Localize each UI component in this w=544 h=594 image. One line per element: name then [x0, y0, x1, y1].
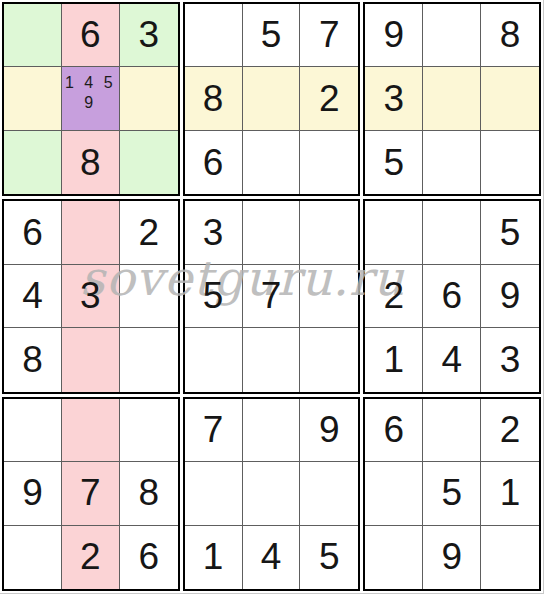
cell-r2c2[interactable]: 1 4 59 — [62, 67, 120, 130]
given-digit: 9 — [500, 275, 521, 317]
cell-r3c6[interactable] — [300, 131, 358, 194]
cell-r6c9[interactable]: 3 — [481, 328, 539, 391]
given-digit: 7 — [319, 14, 340, 56]
cell-r1c7[interactable]: 9 — [365, 4, 423, 67]
cell-r4c1[interactable]: 6 — [4, 201, 62, 264]
cell-r3c3[interactable] — [120, 131, 178, 194]
cell-r5c8[interactable]: 6 — [423, 265, 481, 328]
cell-r8c8[interactable]: 5 — [423, 462, 481, 525]
cell-r3c7[interactable]: 5 — [365, 131, 423, 194]
given-digit: 8 — [80, 142, 101, 184]
given-digit: 2 — [138, 212, 159, 254]
cell-r8c9[interactable]: 1 — [481, 462, 539, 525]
pencil-marks: 1 4 59 — [62, 67, 119, 113]
cell-r9c9[interactable] — [481, 526, 539, 589]
given-digit: 7 — [261, 275, 282, 317]
given-digit: 6 — [441, 275, 462, 317]
given-digit: 4 — [22, 275, 43, 317]
cell-r6c7[interactable]: 1 — [365, 328, 423, 391]
cell-r5c7[interactable]: 2 — [365, 265, 423, 328]
cell-r1c9[interactable]: 8 — [481, 4, 539, 67]
given-digit: 9 — [22, 472, 43, 514]
cell-r9c6[interactable]: 5 — [300, 526, 358, 589]
cell-r8c2[interactable]: 7 — [62, 462, 120, 525]
cell-r8c5[interactable] — [243, 462, 301, 525]
cell-r5c5[interactable]: 7 — [243, 265, 301, 328]
given-digit: 5 — [441, 472, 462, 514]
given-digit: 5 — [319, 536, 340, 578]
cell-r5c9[interactable]: 9 — [481, 265, 539, 328]
given-digit: 2 — [500, 409, 521, 451]
box-1-3: 9835 — [363, 2, 541, 196]
given-digit: 7 — [203, 409, 224, 451]
cell-r4c8[interactable] — [423, 201, 481, 264]
cell-r1c5[interactable]: 5 — [243, 4, 301, 67]
cell-r3c5[interactable] — [243, 131, 301, 194]
cell-r6c3[interactable] — [120, 328, 178, 391]
given-digit: 1 — [383, 339, 404, 381]
cell-r4c7[interactable] — [365, 201, 423, 264]
cell-r8c3[interactable]: 8 — [120, 462, 178, 525]
cell-r6c4[interactable] — [185, 328, 243, 391]
box-1-1: 631 4 598 — [2, 2, 180, 196]
cell-r2c9[interactable] — [481, 67, 539, 130]
cell-r4c4[interactable]: 3 — [185, 201, 243, 264]
given-digit: 5 — [500, 212, 521, 254]
cell-r3c4[interactable]: 6 — [185, 131, 243, 194]
given-digit: 5 — [261, 14, 282, 56]
given-digit: 7 — [80, 472, 101, 514]
given-digit: 2 — [383, 275, 404, 317]
cell-r4c2[interactable] — [62, 201, 120, 264]
box-3-1: 97826 — [2, 397, 180, 591]
cell-r4c5[interactable] — [243, 201, 301, 264]
given-digit: 3 — [383, 78, 404, 120]
cell-r2c4[interactable]: 8 — [185, 67, 243, 130]
cell-r7c5[interactable] — [243, 399, 301, 462]
given-digit: 6 — [383, 409, 404, 451]
cell-r7c8[interactable] — [423, 399, 481, 462]
box-2-3: 5269143 — [363, 199, 541, 393]
cell-r9c2[interactable]: 2 — [62, 526, 120, 589]
cell-r8c6[interactable] — [300, 462, 358, 525]
cell-r1c1[interactable] — [4, 4, 62, 67]
cell-r9c5[interactable]: 4 — [243, 526, 301, 589]
given-digit: 9 — [383, 14, 404, 56]
given-digit: 6 — [138, 536, 159, 578]
cell-r6c2[interactable] — [62, 328, 120, 391]
cell-r6c5[interactable] — [243, 328, 301, 391]
given-digit: 3 — [500, 339, 521, 381]
cell-r7c3[interactable] — [120, 399, 178, 462]
cell-r2c3[interactable] — [120, 67, 178, 130]
given-digit: 5 — [383, 142, 404, 184]
cell-r7c6[interactable]: 9 — [300, 399, 358, 462]
cell-r4c3[interactable]: 2 — [120, 201, 178, 264]
sudoku-page: 631 4 5985782698356243835752691439782679… — [0, 0, 544, 594]
given-digit: 9 — [441, 536, 462, 578]
sudoku-board: 631 4 5985782698356243835752691439782679… — [2, 2, 541, 591]
given-digit: 8 — [500, 14, 521, 56]
cell-r9c7[interactable] — [365, 526, 423, 589]
cell-r5c6[interactable] — [300, 265, 358, 328]
cell-r1c2[interactable]: 6 — [62, 4, 120, 67]
cell-r2c1[interactable] — [4, 67, 62, 130]
given-digit: 1 — [203, 536, 224, 578]
given-digit: 4 — [261, 536, 282, 578]
cell-r5c1[interactable]: 4 — [4, 265, 62, 328]
given-digit: 8 — [138, 472, 159, 514]
cell-r5c2[interactable]: 3 — [62, 265, 120, 328]
cell-r5c3[interactable] — [120, 265, 178, 328]
cell-r3c2[interactable]: 8 — [62, 131, 120, 194]
cell-r9c8[interactable]: 9 — [423, 526, 481, 589]
given-digit: 6 — [203, 142, 224, 184]
cell-r6c8[interactable]: 4 — [423, 328, 481, 391]
given-digit: 9 — [319, 409, 340, 451]
cell-r7c9[interactable]: 2 — [481, 399, 539, 462]
box-1-2: 57826 — [183, 2, 361, 196]
cell-r7c7[interactable]: 6 — [365, 399, 423, 462]
cell-r3c9[interactable] — [481, 131, 539, 194]
cell-r6c1[interactable]: 8 — [4, 328, 62, 391]
cell-r2c7[interactable]: 3 — [365, 67, 423, 130]
cell-r4c6[interactable] — [300, 201, 358, 264]
given-digit: 1 — [500, 472, 521, 514]
cell-r7c1[interactable] — [4, 399, 62, 462]
given-digit: 8 — [203, 78, 224, 120]
given-digit: 2 — [319, 78, 340, 120]
cell-r9c3[interactable]: 6 — [120, 526, 178, 589]
given-digit: 8 — [22, 339, 43, 381]
cell-r9c1[interactable] — [4, 526, 62, 589]
cell-r1c4[interactable] — [185, 4, 243, 67]
given-digit: 4 — [441, 339, 462, 381]
cell-r7c4[interactable]: 7 — [185, 399, 243, 462]
given-digit: 3 — [203, 212, 224, 254]
cell-r3c8[interactable] — [423, 131, 481, 194]
cell-r1c8[interactable] — [423, 4, 481, 67]
cell-r8c1[interactable]: 9 — [4, 462, 62, 525]
given-digit: 5 — [203, 275, 224, 317]
box-2-1: 62438 — [2, 199, 180, 393]
box-3-3: 62519 — [363, 397, 541, 591]
cell-r2c6[interactable]: 2 — [300, 67, 358, 130]
cell-r3c1[interactable] — [4, 131, 62, 194]
cell-r2c8[interactable] — [423, 67, 481, 130]
box-2-2: 357 — [183, 199, 361, 393]
cell-r8c4[interactable] — [185, 462, 243, 525]
cell-r4c9[interactable]: 5 — [481, 201, 539, 264]
cell-r5c4[interactable]: 5 — [185, 265, 243, 328]
cell-r6c6[interactable] — [300, 328, 358, 391]
cell-r1c3[interactable]: 3 — [120, 4, 178, 67]
given-digit: 3 — [80, 275, 101, 317]
box-3-2: 79145 — [183, 397, 361, 591]
cell-r9c4[interactable]: 1 — [185, 526, 243, 589]
given-digit: 2 — [80, 536, 101, 578]
cell-r7c2[interactable] — [62, 399, 120, 462]
cell-r1c6[interactable]: 7 — [300, 4, 358, 67]
given-digit: 6 — [80, 14, 101, 56]
given-digit: 6 — [22, 212, 43, 254]
cell-r2c5[interactable] — [243, 67, 301, 130]
cell-r8c7[interactable] — [365, 462, 423, 525]
given-digit: 3 — [138, 14, 159, 56]
